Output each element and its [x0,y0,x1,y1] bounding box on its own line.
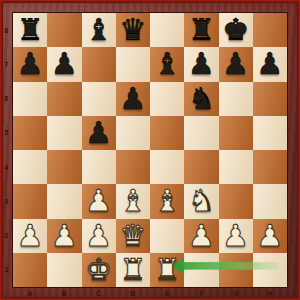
file-label-d: D [116,287,150,300]
square-f6[interactable]: ♞ [184,82,218,116]
square-b7[interactable]: ♟ [47,47,81,81]
black-pawn[interactable]: ♟ [85,118,112,148]
file-label-b: B [47,287,81,300]
square-c7[interactable] [82,47,116,81]
square-g4[interactable] [219,150,253,184]
square-b3[interactable] [47,184,81,218]
square-f1[interactable] [184,253,218,287]
square-b2[interactable]: ♟ [47,219,81,253]
file-label-h: H [253,287,287,300]
file-label-g: G [219,287,253,300]
square-g6[interactable] [219,82,253,116]
black-bishop[interactable]: ♝ [154,49,181,79]
square-f3[interactable]: ♞ [184,184,218,218]
chessboard-frame: 87654321 ♜♝♛♜♚♟♟♝♟♟♟♟♞♟♟♝♝♞♟♟♟♛♟♟♟♚♜♜ AB… [0,0,300,300]
white-pawn[interactable]: ♟ [85,221,112,251]
square-e1[interactable]: ♜ [150,253,184,287]
square-a3[interactable] [13,184,47,218]
rank-label-2: 2 [0,219,13,253]
white-bishop[interactable]: ♝ [119,186,146,216]
file-label-f: F [184,287,218,300]
square-c1[interactable]: ♚ [82,253,116,287]
square-a5[interactable] [13,116,47,150]
file-label-c: C [82,287,116,300]
square-g5[interactable] [219,116,253,150]
white-pawn[interactable]: ♟ [85,186,112,216]
square-f8[interactable]: ♜ [184,13,218,47]
square-c8[interactable]: ♝ [82,13,116,47]
square-a4[interactable] [13,150,47,184]
square-h5[interactable] [253,116,287,150]
black-rook[interactable]: ♜ [188,15,215,45]
square-c2[interactable]: ♟ [82,219,116,253]
square-h1[interactable] [253,253,287,287]
square-h3[interactable] [253,184,287,218]
square-g1[interactable] [219,253,253,287]
square-f7[interactable]: ♟ [184,47,218,81]
square-d7[interactable] [116,47,150,81]
white-rook[interactable]: ♜ [119,255,146,285]
square-h4[interactable] [253,150,287,184]
white-pawn[interactable]: ♟ [17,221,44,251]
white-pawn[interactable]: ♟ [256,221,283,251]
square-h8[interactable] [253,13,287,47]
square-e2[interactable] [150,219,184,253]
square-f4[interactable] [184,150,218,184]
square-e7[interactable]: ♝ [150,47,184,81]
rank-labels: 87654321 [0,13,13,287]
rank-label-8: 8 [0,13,13,47]
square-g8[interactable]: ♚ [219,13,253,47]
square-d6[interactable]: ♟ [116,82,150,116]
black-bishop[interactable]: ♝ [85,15,112,45]
white-queen[interactable]: ♛ [119,221,146,251]
square-d2[interactable]: ♛ [116,219,150,253]
square-b5[interactable] [47,116,81,150]
white-pawn[interactable]: ♟ [222,221,249,251]
rank-label-5: 5 [0,116,13,150]
square-e8[interactable] [150,13,184,47]
square-c6[interactable] [82,82,116,116]
square-d1[interactable]: ♜ [116,253,150,287]
square-a2[interactable]: ♟ [13,219,47,253]
square-c5[interactable]: ♟ [82,116,116,150]
file-label-a: A [13,287,47,300]
rank-label-4: 4 [0,150,13,184]
black-pawn[interactable]: ♟ [119,84,146,114]
square-d5[interactable] [116,116,150,150]
white-pawn[interactable]: ♟ [51,221,78,251]
square-c3[interactable]: ♟ [82,184,116,218]
square-b1[interactable] [47,253,81,287]
square-f5[interactable] [184,116,218,150]
rank-label-3: 3 [0,184,13,218]
square-h6[interactable] [253,82,287,116]
black-knight[interactable]: ♞ [188,84,215,114]
square-g2[interactable]: ♟ [219,219,253,253]
black-queen[interactable]: ♛ [119,15,146,45]
white-king[interactable]: ♚ [85,255,112,285]
rank-label-1: 1 [0,253,13,287]
white-bishop[interactable]: ♝ [154,186,181,216]
black-pawn[interactable]: ♟ [51,49,78,79]
file-labels: ABCDEFGH [13,287,287,300]
square-d3[interactable]: ♝ [116,184,150,218]
square-b8[interactable] [47,13,81,47]
black-rook[interactable]: ♜ [17,15,44,45]
square-d4[interactable] [116,150,150,184]
square-f2[interactable]: ♟ [184,219,218,253]
rank-label-7: 7 [0,47,13,81]
square-d8[interactable]: ♛ [116,13,150,47]
square-a7[interactable]: ♟ [13,47,47,81]
square-g7[interactable]: ♟ [219,47,253,81]
white-knight[interactable]: ♞ [188,186,215,216]
rank-label-6: 6 [0,82,13,116]
file-label-e: E [150,287,184,300]
square-e6[interactable] [150,82,184,116]
black-pawn[interactable]: ♟ [17,49,44,79]
square-e3[interactable]: ♝ [150,184,184,218]
square-e4[interactable] [150,150,184,184]
black-pawn[interactable]: ♟ [222,49,249,79]
square-h7[interactable]: ♟ [253,47,287,81]
square-a1[interactable] [13,253,47,287]
square-a8[interactable]: ♜ [13,13,47,47]
black-pawn[interactable]: ♟ [188,49,215,79]
chess-board: ♜♝♛♜♚♟♟♝♟♟♟♟♞♟♟♝♝♞♟♟♟♛♟♟♟♚♜♜ [13,13,287,287]
square-c4[interactable] [82,150,116,184]
white-rook[interactable]: ♜ [154,255,181,285]
square-b6[interactable] [47,82,81,116]
square-a6[interactable] [13,82,47,116]
square-b4[interactable] [47,150,81,184]
black-pawn[interactable]: ♟ [256,49,283,79]
square-g3[interactable] [219,184,253,218]
square-e5[interactable] [150,116,184,150]
square-h2[interactable]: ♟ [253,219,287,253]
white-pawn[interactable]: ♟ [188,221,215,251]
black-king[interactable]: ♚ [222,15,249,45]
